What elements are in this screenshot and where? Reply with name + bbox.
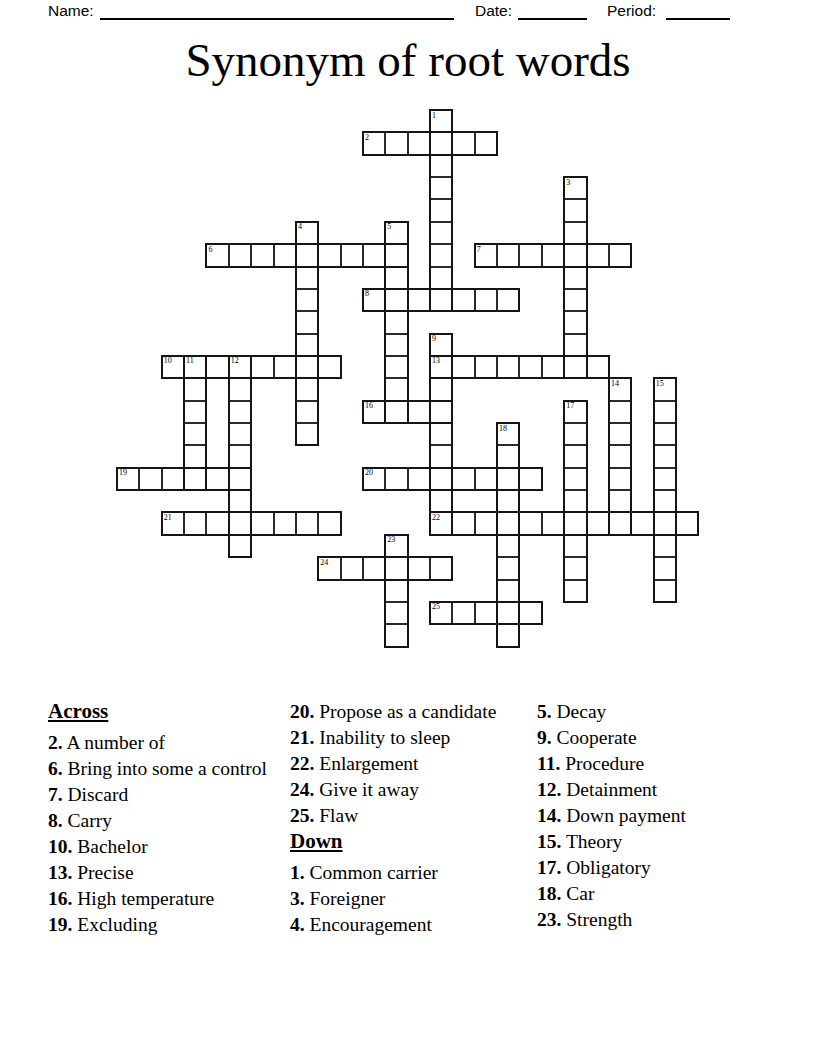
- grid-cell-r16-c14[interactable]: [430, 468, 452, 490]
- grid-cell-r16-c5[interactable]: [229, 468, 251, 490]
- grid-cell-r8-c16[interactable]: [475, 289, 497, 311]
- grid-cell-r6-c4[interactable]: [206, 244, 228, 266]
- grid-cell-r23-c12[interactable]: [385, 624, 407, 646]
- grid-cell-r21-c12[interactable]: [385, 580, 407, 602]
- grid-cell-r14-c5[interactable]: [229, 423, 251, 445]
- crossword-grid: 1234567891011121314151617181920212223242…: [117, 110, 699, 647]
- grid-cell-r15-c5[interactable]: [229, 445, 251, 467]
- grid-cell-r16-c24[interactable]: [654, 468, 676, 490]
- grid-cell-r11-c21[interactable]: [587, 356, 609, 378]
- grid-cell-r10-c12[interactable]: [385, 334, 407, 356]
- grid-cell-r19-c12[interactable]: [385, 535, 407, 557]
- down-header: Down: [290, 830, 506, 853]
- grid-cell-r16-c2[interactable]: [162, 468, 184, 490]
- period-input-line[interactable]: [666, 1, 730, 20]
- grid-cell-r18-c24[interactable]: [654, 512, 676, 534]
- clue-23: 23. Strength: [537, 908, 782, 931]
- name-label: Name:: [48, 2, 94, 20]
- grid-cell-r11-c8[interactable]: [296, 356, 318, 378]
- grid-cell-r20-c9[interactable]: [318, 557, 340, 579]
- grid-cell-r11-c7[interactable]: [274, 356, 296, 378]
- grid-cell-r18-c17[interactable]: [497, 512, 519, 534]
- grid-cell-r13-c13[interactable]: [408, 401, 430, 423]
- grid-cell-r12-c14[interactable]: [430, 378, 452, 400]
- grid-cell-r20-c24[interactable]: [654, 557, 676, 579]
- grid-cell-r9-c20[interactable]: [564, 311, 586, 333]
- grid-cell-r11-c4[interactable]: [206, 356, 228, 378]
- clue-3: 3. Foreigner: [290, 887, 506, 910]
- grid-cell-r16-c13[interactable]: [408, 468, 430, 490]
- grid-cell-r11-c3[interactable]: [184, 356, 206, 378]
- grid-cell-r20-c13[interactable]: [408, 557, 430, 579]
- grid-cell-r4-c20[interactable]: [564, 199, 586, 221]
- grid-cell-r20-c11[interactable]: [363, 557, 385, 579]
- grid-cell-r19-c20[interactable]: [564, 535, 586, 557]
- grid-cell-r6-c5[interactable]: [229, 244, 251, 266]
- grid-cell-r18-c7[interactable]: [274, 512, 296, 534]
- grid-cell-r14-c17[interactable]: [497, 423, 519, 445]
- grid-cell-r15-c17[interactable]: [497, 445, 519, 467]
- grid-cell-r20-c12[interactable]: [385, 557, 407, 579]
- clue-7: 7. Discard: [48, 783, 280, 806]
- puzzle-title: Synonym of root words: [0, 33, 816, 87]
- grid-cell-r22-c16[interactable]: [475, 602, 497, 624]
- across-header: Across: [48, 700, 280, 723]
- grid-cell-r1-c16[interactable]: [475, 132, 497, 154]
- grid-cell-r6-c17[interactable]: [497, 244, 519, 266]
- grid-cell-r13-c11[interactable]: [363, 401, 385, 423]
- clue-24: 24. Give it away: [290, 778, 506, 801]
- grid-cell-r21-c20[interactable]: [564, 580, 586, 602]
- grid-cell-r11-c17[interactable]: [497, 356, 519, 378]
- grid-cell-r8-c13[interactable]: [408, 289, 430, 311]
- grid-cell-r8-c12[interactable]: [385, 289, 407, 311]
- grid-cell-r7-c8[interactable]: [296, 267, 318, 289]
- name-input-line[interactable]: [100, 1, 454, 20]
- clue-15: 15. Theory: [537, 830, 782, 853]
- grid-cell-r3-c20[interactable]: [564, 177, 586, 199]
- grid-cell-r20-c17[interactable]: [497, 557, 519, 579]
- grid-cell-r14-c20[interactable]: [564, 423, 586, 445]
- grid-cell-r7-c20[interactable]: [564, 267, 586, 289]
- grid-cell-r11-c14[interactable]: [430, 356, 452, 378]
- grid-cell-r22-c14[interactable]: [430, 602, 452, 624]
- grid-cell-r1-c11[interactable]: [363, 132, 385, 154]
- grid-cell-r22-c12[interactable]: [385, 602, 407, 624]
- clue-8: 8. Carry: [48, 809, 280, 832]
- grid-cell-r18-c8[interactable]: [296, 512, 318, 534]
- grid-cell-r19-c5[interactable]: [229, 535, 251, 557]
- grid-cell-r22-c17[interactable]: [497, 602, 519, 624]
- grid-cell-r5-c14[interactable]: [430, 222, 452, 244]
- grid-cell-r21-c24[interactable]: [654, 580, 676, 602]
- clue-17: 17. Obligatory: [537, 856, 782, 879]
- clue-column-3: 5. Decay9. Cooperate11. Procedure12. Det…: [537, 700, 782, 934]
- grid-cell-r18-c16[interactable]: [475, 512, 497, 534]
- grid-cell-r12-c24[interactable]: [654, 378, 676, 400]
- grid-cell-r9-c8[interactable]: [296, 311, 318, 333]
- grid-cell-r18-c9[interactable]: [318, 512, 340, 534]
- grid-cell-r8-c14[interactable]: [430, 289, 452, 311]
- clue-16: 16. High temperature: [48, 887, 280, 910]
- grid-cell-r16-c17[interactable]: [497, 468, 519, 490]
- clue-6: 6. Bring into some a control: [48, 757, 280, 780]
- grid-cell-r1-c15[interactable]: [452, 132, 474, 154]
- grid-cell-r17-c14[interactable]: [430, 490, 452, 512]
- grid-cell-r15-c20[interactable]: [564, 445, 586, 467]
- clue-5: 5. Decay: [537, 700, 782, 723]
- grid-cell-r6-c14[interactable]: [430, 244, 452, 266]
- grid-cell-r12-c5[interactable]: [229, 378, 251, 400]
- grid-cell-r1-c12[interactable]: [385, 132, 407, 154]
- grid-cell-r6-c6[interactable]: [251, 244, 273, 266]
- grid-cell-r18-c20[interactable]: [564, 512, 586, 534]
- grid-cell-r7-c12[interactable]: [385, 267, 407, 289]
- clue-2: 2. A number of: [48, 731, 280, 754]
- grid-cell-r18-c4[interactable]: [206, 512, 228, 534]
- grid-cell-r6-c8[interactable]: [296, 244, 318, 266]
- grid-cell-r11-c9[interactable]: [318, 356, 340, 378]
- clue-13: 13. Precise: [48, 861, 280, 884]
- grid-cell-r14-c14[interactable]: [430, 423, 452, 445]
- grid-cell-r11-c18[interactable]: [519, 356, 541, 378]
- grid-cell-r18-c6[interactable]: [251, 512, 273, 534]
- grid-cell-r12-c8[interactable]: [296, 378, 318, 400]
- clue-11: 11. Procedure: [537, 752, 782, 775]
- grid-cell-r16-c11[interactable]: [363, 468, 385, 490]
- grid-cell-r10-c20[interactable]: [564, 334, 586, 356]
- grid-cell-r18-c15[interactable]: [452, 512, 474, 534]
- grid-cell-r11-c12[interactable]: [385, 356, 407, 378]
- grid-cell-r6-c10[interactable]: [341, 244, 363, 266]
- clue-20: 20. Propose as a candidate: [290, 700, 506, 723]
- grid-cell-r12-c12[interactable]: [385, 378, 407, 400]
- grid-cell-r6-c21[interactable]: [587, 244, 609, 266]
- grid-cell-r18-c3[interactable]: [184, 512, 206, 534]
- grid-cell-r22-c15[interactable]: [452, 602, 474, 624]
- grid-cell-r16-c4[interactable]: [206, 468, 228, 490]
- grid-cell-r8-c20[interactable]: [564, 289, 586, 311]
- grid-cell-r13-c24[interactable]: [654, 401, 676, 423]
- grid-cell-r13-c20[interactable]: [564, 401, 586, 423]
- grid-cell-r16-c1[interactable]: [139, 468, 161, 490]
- grid-cell-r6-c9[interactable]: [318, 244, 340, 266]
- grid-cell-r6-c12[interactable]: [385, 244, 407, 266]
- grid-cell-r18-c18[interactable]: [519, 512, 541, 534]
- grid-cell-r11-c20[interactable]: [564, 356, 586, 378]
- grid-cell-r8-c8[interactable]: [296, 289, 318, 311]
- grid-cell-r6-c19[interactable]: [542, 244, 564, 266]
- clue-22: 22. Enlargement: [290, 752, 506, 775]
- grid-cell-r19-c24[interactable]: [654, 535, 676, 557]
- grid-cell-r11-c6[interactable]: [251, 356, 273, 378]
- grid-cell-r18-c23[interactable]: [631, 512, 653, 534]
- grid-cell-r11-c2[interactable]: [162, 356, 184, 378]
- grid-cell-r23-c17[interactable]: [497, 624, 519, 646]
- period-label: Period:: [607, 2, 656, 20]
- grid-cell-r18-c21[interactable]: [587, 512, 609, 534]
- grid-cell-r13-c12[interactable]: [385, 401, 407, 423]
- grid-cell-r17-c17[interactable]: [497, 490, 519, 512]
- clue-21: 21. Inability to sleep: [290, 726, 506, 749]
- grid-cell-r5-c12[interactable]: [385, 222, 407, 244]
- grid-cell-r13-c5[interactable]: [229, 401, 251, 423]
- grid-cell-r13-c3[interactable]: [184, 401, 206, 423]
- grid-cell-r14-c22[interactable]: [609, 423, 631, 445]
- grid-cell-r18-c25[interactable]: [676, 512, 698, 534]
- grid-cell-r8-c15[interactable]: [452, 289, 474, 311]
- grid-cell-r12-c22[interactable]: [609, 378, 631, 400]
- clue-9: 9. Cooperate: [537, 726, 782, 749]
- grid-cell-r13-c22[interactable]: [609, 401, 631, 423]
- grid-cell-r15-c14[interactable]: [430, 445, 452, 467]
- grid-cell-r14-c8[interactable]: [296, 423, 318, 445]
- grid-cell-r6-c18[interactable]: [519, 244, 541, 266]
- grid-cell-r11-c15[interactable]: [452, 356, 474, 378]
- grid-cell-r1-c14[interactable]: [430, 132, 452, 154]
- clue-10: 10. Bachelor: [48, 835, 280, 858]
- grid-cell-r16-c16[interactable]: [475, 468, 497, 490]
- grid-cell-r4-c14[interactable]: [430, 199, 452, 221]
- grid-cell-r3-c14[interactable]: [430, 177, 452, 199]
- grid-cell-r14-c24[interactable]: [654, 423, 676, 445]
- grid-cell-r18-c14[interactable]: [430, 512, 452, 534]
- grid-cell-r13-c8[interactable]: [296, 401, 318, 423]
- clue-4: 4. Encouragement: [290, 913, 506, 936]
- clue-14: 14. Down payment: [537, 804, 782, 827]
- date-input-line[interactable]: [518, 1, 587, 20]
- crossword-worksheet: { "header": { "name_label": "Name:", "da…: [0, 0, 816, 1056]
- grid-cell-r17-c20[interactable]: [564, 490, 586, 512]
- grid-cell-r11-c16[interactable]: [475, 356, 497, 378]
- clue-18: 18. Car: [537, 882, 782, 905]
- grid-cell-r16-c15[interactable]: [452, 468, 474, 490]
- clue-column-1: Across2. A number of6. Bring into some a…: [48, 700, 280, 939]
- grid-cell-r20-c20[interactable]: [564, 557, 586, 579]
- clue-25: 25. Flaw: [290, 804, 506, 827]
- grid-cell-r6-c11[interactable]: [363, 244, 385, 266]
- grid-cell-r13-c14[interactable]: [430, 401, 452, 423]
- grid-cell-r10-c14[interactable]: [430, 334, 452, 356]
- grid-cell-r8-c17[interactable]: [497, 289, 519, 311]
- grid-cell-r21-c17[interactable]: [497, 580, 519, 602]
- grid-cell-r22-c18[interactable]: [519, 602, 541, 624]
- grid-cell-r16-c0[interactable]: [117, 468, 139, 490]
- grid-cell-r2-c14[interactable]: [430, 155, 452, 177]
- grid-cell-r10-c8[interactable]: [296, 334, 318, 356]
- grid-cell-r20-c10[interactable]: [341, 557, 363, 579]
- grid-cell-r5-c20[interactable]: [564, 222, 586, 244]
- grid-cell-r9-c12[interactable]: [385, 311, 407, 333]
- grid-cell-r8-c11[interactable]: [363, 289, 385, 311]
- grid-cell-r15-c3[interactable]: [184, 445, 206, 467]
- grid-cell-r16-c12[interactable]: [385, 468, 407, 490]
- grid-cell-r16-c18[interactable]: [519, 468, 541, 490]
- grid-cell-r6-c16[interactable]: [475, 244, 497, 266]
- grid-cell-r7-c14[interactable]: [430, 267, 452, 289]
- grid-cell-r16-c20[interactable]: [564, 468, 586, 490]
- grid-cell-r16-c22[interactable]: [609, 468, 631, 490]
- grid-cell-r15-c22[interactable]: [609, 445, 631, 467]
- clue-1: 1. Common carrier: [290, 861, 506, 884]
- grid-cell-r11-c19[interactable]: [542, 356, 564, 378]
- grid-cell-r0-c14[interactable]: [430, 110, 452, 132]
- grid-cell-r16-c3[interactable]: [184, 468, 206, 490]
- grid-cell-r17-c5[interactable]: [229, 490, 251, 512]
- grid-cell-r19-c17[interactable]: [497, 535, 519, 557]
- grid-cell-r11-c5[interactable]: [229, 356, 251, 378]
- grid-cell-r17-c22[interactable]: [609, 490, 631, 512]
- grid-cell-r18-c5[interactable]: [229, 512, 251, 534]
- clue-19: 19. Excluding: [48, 913, 280, 936]
- grid-cell-r6-c7[interactable]: [274, 244, 296, 266]
- grid-cell-r1-c13[interactable]: [408, 132, 430, 154]
- grid-cell-r12-c3[interactable]: [184, 378, 206, 400]
- grid-cell-r6-c22[interactable]: [609, 244, 631, 266]
- grid-cell-r5-c8[interactable]: [296, 222, 318, 244]
- date-label: Date:: [475, 2, 512, 20]
- grid-cell-r17-c24[interactable]: [654, 490, 676, 512]
- grid-cell-r18-c2[interactable]: [162, 512, 184, 534]
- clue-12: 12. Detainment: [537, 778, 782, 801]
- grid-cell-r14-c3[interactable]: [184, 423, 206, 445]
- grid-cell-r15-c24[interactable]: [654, 445, 676, 467]
- grid-cell-r18-c19[interactable]: [542, 512, 564, 534]
- grid-cell-r20-c14[interactable]: [430, 557, 452, 579]
- clue-column-2: 20. Propose as a candidate21. Inability …: [290, 700, 506, 939]
- grid-cell-r18-c22[interactable]: [609, 512, 631, 534]
- grid-cell-r6-c20[interactable]: [564, 244, 586, 266]
